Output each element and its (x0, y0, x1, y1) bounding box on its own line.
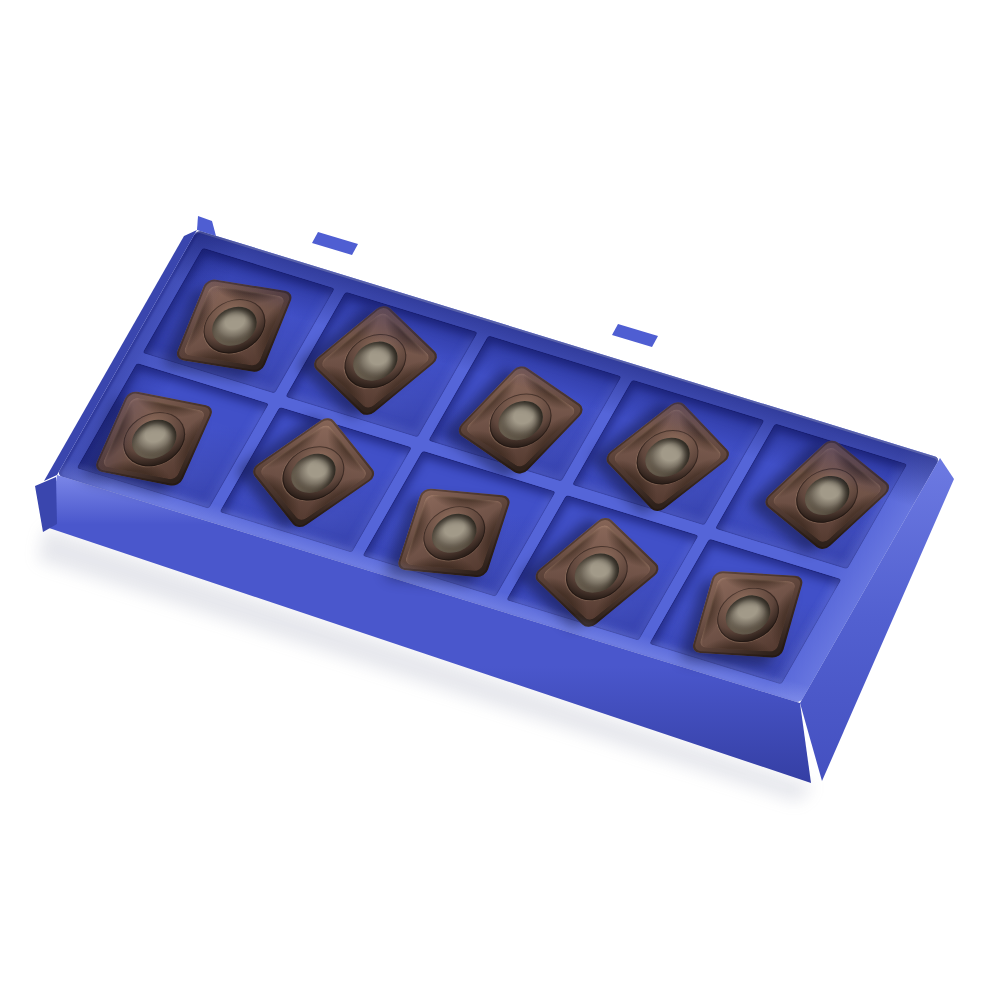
carbide-insert (249, 415, 377, 531)
carbide-insert (691, 571, 805, 658)
carbide-insert (455, 363, 587, 477)
carbide-insert (603, 399, 733, 515)
case-clip-tab-2 (612, 324, 658, 347)
carbide-insert (762, 437, 894, 552)
case-clip-tab-1 (312, 232, 358, 255)
case-front-left-tab (35, 477, 57, 532)
product-photo (0, 0, 1000, 1000)
carbide-insert (532, 515, 663, 631)
carbide-insert (93, 390, 215, 487)
carbide-insert (310, 303, 441, 419)
carbide-insert (396, 488, 512, 578)
carbide-insert (174, 278, 294, 373)
